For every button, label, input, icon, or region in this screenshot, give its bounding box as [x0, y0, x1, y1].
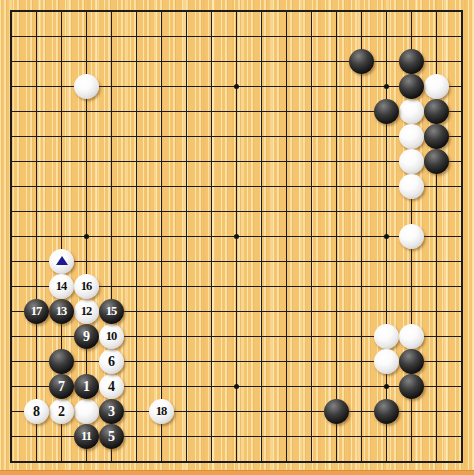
intersection-H7[interactable]	[174, 299, 199, 324]
intersection-M10[interactable]	[274, 224, 299, 249]
intersection-F19[interactable]	[124, 0, 149, 24]
intersection-R7[interactable]	[399, 299, 424, 324]
intersection-F17[interactable]	[124, 49, 149, 74]
intersection-T19[interactable]	[449, 0, 474, 24]
intersection-A3[interactable]	[0, 399, 24, 424]
intersection-E19[interactable]	[99, 0, 124, 24]
intersection-N11[interactable]	[299, 199, 324, 224]
intersection-N9[interactable]	[299, 249, 324, 274]
intersection-R3[interactable]	[399, 399, 424, 424]
intersection-A12[interactable]	[0, 174, 24, 199]
stone-black-D6[interactable]: 9	[74, 324, 99, 349]
intersection-Q2[interactable]	[374, 424, 399, 449]
intersection-M6[interactable]	[274, 324, 299, 349]
intersection-M12[interactable]	[274, 174, 299, 199]
stone-white-R14[interactable]	[399, 124, 424, 149]
intersection-K3[interactable]	[224, 399, 249, 424]
intersection-F11[interactable]	[124, 199, 149, 224]
intersection-O12[interactable]	[324, 174, 349, 199]
intersection-O16[interactable]	[324, 74, 349, 99]
intersection-H3[interactable]	[174, 399, 199, 424]
intersection-D18[interactable]	[74, 24, 99, 49]
intersection-D9[interactable]	[74, 249, 99, 274]
intersection-J17[interactable]	[199, 49, 224, 74]
intersection-N19[interactable]	[299, 0, 324, 24]
intersection-H14[interactable]	[174, 124, 199, 149]
intersection-K14[interactable]	[224, 124, 249, 149]
intersection-E8[interactable]	[99, 274, 124, 299]
intersection-O9[interactable]	[324, 249, 349, 274]
intersection-G16[interactable]	[149, 74, 174, 99]
intersection-R9[interactable]	[399, 249, 424, 274]
intersection-G19[interactable]	[149, 0, 174, 24]
stone-white-D8[interactable]: 16	[74, 274, 99, 299]
intersection-T9[interactable]	[449, 249, 474, 274]
stone-black-D2[interactable]: 11	[74, 424, 99, 449]
stone-black-O3[interactable]	[324, 399, 349, 424]
intersection-L9[interactable]	[249, 249, 274, 274]
intersection-E15[interactable]	[99, 99, 124, 124]
intersection-S2[interactable]	[424, 424, 449, 449]
intersection-H2[interactable]	[174, 424, 199, 449]
intersection-F2[interactable]	[124, 424, 149, 449]
intersection-K6[interactable]	[224, 324, 249, 349]
intersection-D5[interactable]	[74, 349, 99, 374]
intersection-P5[interactable]	[349, 349, 374, 374]
intersection-J18[interactable]	[199, 24, 224, 49]
intersection-P12[interactable]	[349, 174, 374, 199]
intersection-N7[interactable]	[299, 299, 324, 324]
intersection-J5[interactable]	[199, 349, 224, 374]
intersection-B16[interactable]	[24, 74, 49, 99]
stone-white-D16[interactable]	[74, 74, 99, 99]
intersection-M13[interactable]	[274, 149, 299, 174]
intersection-L12[interactable]	[249, 174, 274, 199]
intersection-J3[interactable]	[199, 399, 224, 424]
stone-white-R15[interactable]	[399, 99, 424, 124]
intersection-J2[interactable]	[199, 424, 224, 449]
intersection-F7[interactable]	[124, 299, 149, 324]
intersection-G9[interactable]	[149, 249, 174, 274]
stone-white-C9[interactable]	[49, 249, 74, 274]
intersection-H5[interactable]	[174, 349, 199, 374]
intersection-J16[interactable]	[199, 74, 224, 99]
intersection-S4[interactable]	[424, 374, 449, 399]
intersection-T6[interactable]	[449, 324, 474, 349]
intersection-N18[interactable]	[299, 24, 324, 49]
intersection-P2[interactable]	[349, 424, 374, 449]
stone-white-B3[interactable]: 8	[24, 399, 49, 424]
intersection-C2[interactable]	[49, 424, 74, 449]
intersection-M5[interactable]	[274, 349, 299, 374]
stone-white-E6[interactable]: 10	[99, 324, 124, 349]
intersection-A13[interactable]	[0, 149, 24, 174]
intersection-F12[interactable]	[124, 174, 149, 199]
stone-white-S16[interactable]	[424, 74, 449, 99]
stone-white-G3[interactable]: 18	[149, 399, 174, 424]
intersection-S9[interactable]	[424, 249, 449, 274]
intersection-K9[interactable]	[224, 249, 249, 274]
stone-black-D4[interactable]: 1	[74, 374, 99, 399]
intersection-F9[interactable]	[124, 249, 149, 274]
stone-black-Q15[interactable]	[374, 99, 399, 124]
intersection-C16[interactable]	[49, 74, 74, 99]
intersection-A19[interactable]	[0, 0, 24, 24]
intersection-H18[interactable]	[174, 24, 199, 49]
intersection-C13[interactable]	[49, 149, 74, 174]
intersection-K17[interactable]	[224, 49, 249, 74]
intersection-T15[interactable]	[449, 99, 474, 124]
intersection-O8[interactable]	[324, 274, 349, 299]
intersection-C6[interactable]	[49, 324, 74, 349]
stone-white-R6[interactable]	[399, 324, 424, 349]
intersection-D15[interactable]	[74, 99, 99, 124]
intersection-S17[interactable]	[424, 49, 449, 74]
intersection-K7[interactable]	[224, 299, 249, 324]
intersection-N16[interactable]	[299, 74, 324, 99]
intersection-G12[interactable]	[149, 174, 174, 199]
intersection-N6[interactable]	[299, 324, 324, 349]
intersection-P9[interactable]	[349, 249, 374, 274]
intersection-H10[interactable]	[174, 224, 199, 249]
intersection-K11[interactable]	[224, 199, 249, 224]
intersection-T18[interactable]	[449, 24, 474, 49]
intersection-S8[interactable]	[424, 274, 449, 299]
intersection-P3[interactable]	[349, 399, 374, 424]
intersection-P4[interactable]	[349, 374, 374, 399]
intersection-J9[interactable]	[199, 249, 224, 274]
intersection-F16[interactable]	[124, 74, 149, 99]
intersection-E18[interactable]	[99, 24, 124, 49]
stone-black-R16[interactable]	[399, 74, 424, 99]
stone-white-R10[interactable]	[399, 224, 424, 249]
intersection-F13[interactable]	[124, 149, 149, 174]
intersection-J11[interactable]	[199, 199, 224, 224]
intersection-J14[interactable]	[199, 124, 224, 149]
intersection-J15[interactable]	[199, 99, 224, 124]
intersection-G14[interactable]	[149, 124, 174, 149]
intersection-M4[interactable]	[274, 374, 299, 399]
intersection-T10[interactable]	[449, 224, 474, 249]
intersection-B17[interactable]	[24, 49, 49, 74]
intersection-A18[interactable]	[0, 24, 24, 49]
intersection-L4[interactable]	[249, 374, 274, 399]
intersection-O15[interactable]	[324, 99, 349, 124]
intersection-D13[interactable]	[74, 149, 99, 174]
intersection-O5[interactable]	[324, 349, 349, 374]
intersection-E13[interactable]	[99, 149, 124, 174]
intersection-P6[interactable]	[349, 324, 374, 349]
intersection-P14[interactable]	[349, 124, 374, 149]
stone-white-E5[interactable]: 6	[99, 349, 124, 374]
stone-black-E3[interactable]: 3	[99, 399, 124, 424]
stone-white-E4[interactable]: 4	[99, 374, 124, 399]
intersection-R11[interactable]	[399, 199, 424, 224]
intersection-G17[interactable]	[149, 49, 174, 74]
intersection-L6[interactable]	[249, 324, 274, 349]
intersection-Q19[interactable]	[374, 0, 399, 24]
intersection-C17[interactable]	[49, 49, 74, 74]
intersection-Q9[interactable]	[374, 249, 399, 274]
intersection-J4[interactable]	[199, 374, 224, 399]
intersection-F14[interactable]	[124, 124, 149, 149]
intersection-B4[interactable]	[24, 374, 49, 399]
intersection-O14[interactable]	[324, 124, 349, 149]
intersection-A15[interactable]	[0, 99, 24, 124]
intersection-B10[interactable]	[24, 224, 49, 249]
intersection-F18[interactable]	[124, 24, 149, 49]
stone-black-C5[interactable]	[49, 349, 74, 374]
intersection-M9[interactable]	[274, 249, 299, 274]
intersection-G5[interactable]	[149, 349, 174, 374]
intersection-S10[interactable]	[424, 224, 449, 249]
intersection-A17[interactable]	[0, 49, 24, 74]
intersection-L19[interactable]	[249, 0, 274, 24]
intersection-D12[interactable]	[74, 174, 99, 199]
intersection-B15[interactable]	[24, 99, 49, 124]
intersection-R2[interactable]	[399, 424, 424, 449]
intersection-J7[interactable]	[199, 299, 224, 324]
intersection-O6[interactable]	[324, 324, 349, 349]
intersection-R8[interactable]	[399, 274, 424, 299]
intersection-K16[interactable]	[224, 74, 249, 99]
stone-black-C4[interactable]: 7	[49, 374, 74, 399]
stone-black-C7[interactable]: 13	[49, 299, 74, 324]
intersection-N10[interactable]	[299, 224, 324, 249]
stone-black-R4[interactable]	[399, 374, 424, 399]
intersection-O7[interactable]	[324, 299, 349, 324]
intersection-M17[interactable]	[274, 49, 299, 74]
intersection-N8[interactable]	[299, 274, 324, 299]
stone-black-R17[interactable]	[399, 49, 424, 74]
intersection-E14[interactable]	[99, 124, 124, 149]
intersection-D11[interactable]	[74, 199, 99, 224]
intersection-G2[interactable]	[149, 424, 174, 449]
intersection-H19[interactable]	[174, 0, 199, 24]
intersection-L5[interactable]	[249, 349, 274, 374]
intersection-Q8[interactable]	[374, 274, 399, 299]
intersection-L8[interactable]	[249, 274, 274, 299]
stone-black-R5[interactable]	[399, 349, 424, 374]
intersection-Q18[interactable]	[374, 24, 399, 49]
intersection-N5[interactable]	[299, 349, 324, 374]
intersection-M8[interactable]	[274, 274, 299, 299]
intersection-D14[interactable]	[74, 124, 99, 149]
intersection-H8[interactable]	[174, 274, 199, 299]
intersection-K19[interactable]	[224, 0, 249, 24]
intersection-N4[interactable]	[299, 374, 324, 399]
intersection-B2[interactable]	[24, 424, 49, 449]
intersection-O4[interactable]	[324, 374, 349, 399]
intersection-M11[interactable]	[274, 199, 299, 224]
intersection-H12[interactable]	[174, 174, 199, 199]
intersection-A11[interactable]	[0, 199, 24, 224]
intersection-P7[interactable]	[349, 299, 374, 324]
intersection-H6[interactable]	[174, 324, 199, 349]
intersection-Q10[interactable]	[374, 224, 399, 249]
intersection-B14[interactable]	[24, 124, 49, 149]
intersection-C10[interactable]	[49, 224, 74, 249]
intersection-T2[interactable]	[449, 424, 474, 449]
intersection-C18[interactable]	[49, 24, 74, 49]
intersection-C19[interactable]	[49, 0, 74, 24]
intersection-P8[interactable]	[349, 274, 374, 299]
intersection-M7[interactable]	[274, 299, 299, 324]
intersection-F8[interactable]	[124, 274, 149, 299]
intersection-L2[interactable]	[249, 424, 274, 449]
intersection-A8[interactable]	[0, 274, 24, 299]
intersection-T16[interactable]	[449, 74, 474, 99]
intersection-A14[interactable]	[0, 124, 24, 149]
stone-white-D7[interactable]: 12	[74, 299, 99, 324]
stone-black-S14[interactable]	[424, 124, 449, 149]
intersection-T12[interactable]	[449, 174, 474, 199]
intersection-N12[interactable]	[299, 174, 324, 199]
stone-white-R13[interactable]	[399, 149, 424, 174]
intersection-K18[interactable]	[224, 24, 249, 49]
intersection-H15[interactable]	[174, 99, 199, 124]
intersection-B13[interactable]	[24, 149, 49, 174]
intersection-A5[interactable]	[0, 349, 24, 374]
intersection-G8[interactable]	[149, 274, 174, 299]
intersection-Q13[interactable]	[374, 149, 399, 174]
intersection-O11[interactable]	[324, 199, 349, 224]
intersection-C15[interactable]	[49, 99, 74, 124]
intersection-B8[interactable]	[24, 274, 49, 299]
intersection-A4[interactable]	[0, 374, 24, 399]
intersection-N17[interactable]	[299, 49, 324, 74]
intersection-E9[interactable]	[99, 249, 124, 274]
intersection-H16[interactable]	[174, 74, 199, 99]
intersection-N14[interactable]	[299, 124, 324, 149]
intersection-G15[interactable]	[149, 99, 174, 124]
intersection-S5[interactable]	[424, 349, 449, 374]
intersection-D19[interactable]	[74, 0, 99, 24]
stone-black-S13[interactable]	[424, 149, 449, 174]
intersection-B5[interactable]	[24, 349, 49, 374]
intersection-K2[interactable]	[224, 424, 249, 449]
intersection-O19[interactable]	[324, 0, 349, 24]
intersection-J6[interactable]	[199, 324, 224, 349]
intersection-M3[interactable]	[274, 399, 299, 424]
intersection-T13[interactable]	[449, 149, 474, 174]
intersection-P13[interactable]	[349, 149, 374, 174]
intersection-E10[interactable]	[99, 224, 124, 249]
intersection-Q17[interactable]	[374, 49, 399, 74]
intersection-A10[interactable]	[0, 224, 24, 249]
intersection-P18[interactable]	[349, 24, 374, 49]
intersection-S3[interactable]	[424, 399, 449, 424]
intersection-G18[interactable]	[149, 24, 174, 49]
intersection-Q11[interactable]	[374, 199, 399, 224]
intersection-J12[interactable]	[199, 174, 224, 199]
intersection-B6[interactable]	[24, 324, 49, 349]
stone-white-Q5[interactable]	[374, 349, 399, 374]
intersection-C12[interactable]	[49, 174, 74, 199]
intersection-A9[interactable]	[0, 249, 24, 274]
intersection-S19[interactable]	[424, 0, 449, 24]
intersection-J10[interactable]	[199, 224, 224, 249]
stone-white-R12[interactable]	[399, 174, 424, 199]
intersection-E12[interactable]	[99, 174, 124, 199]
intersection-L11[interactable]	[249, 199, 274, 224]
intersection-J13[interactable]	[199, 149, 224, 174]
intersection-N3[interactable]	[299, 399, 324, 424]
intersection-H11[interactable]	[174, 199, 199, 224]
intersection-L15[interactable]	[249, 99, 274, 124]
intersection-A16[interactable]	[0, 74, 24, 99]
stone-white-D3[interactable]	[74, 399, 99, 424]
intersection-K8[interactable]	[224, 274, 249, 299]
intersection-D17[interactable]	[74, 49, 99, 74]
intersection-D10[interactable]	[74, 224, 99, 249]
intersection-S7[interactable]	[424, 299, 449, 324]
intersection-H13[interactable]	[174, 149, 199, 174]
intersection-B19[interactable]	[24, 0, 49, 24]
intersection-F5[interactable]	[124, 349, 149, 374]
intersection-F3[interactable]	[124, 399, 149, 424]
intersection-E16[interactable]	[99, 74, 124, 99]
intersection-O17[interactable]	[324, 49, 349, 74]
intersection-O18[interactable]	[324, 24, 349, 49]
intersection-G10[interactable]	[149, 224, 174, 249]
intersection-P15[interactable]	[349, 99, 374, 124]
stone-white-C8[interactable]: 14	[49, 274, 74, 299]
intersection-H4[interactable]	[174, 374, 199, 399]
intersection-L7[interactable]	[249, 299, 274, 324]
intersection-G13[interactable]	[149, 149, 174, 174]
intersection-Q4[interactable]	[374, 374, 399, 399]
intersection-G6[interactable]	[149, 324, 174, 349]
intersection-B11[interactable]	[24, 199, 49, 224]
intersection-T14[interactable]	[449, 124, 474, 149]
intersection-F4[interactable]	[124, 374, 149, 399]
intersection-S12[interactable]	[424, 174, 449, 199]
stone-black-B7[interactable]: 17	[24, 299, 49, 324]
intersection-L17[interactable]	[249, 49, 274, 74]
intersection-M18[interactable]	[274, 24, 299, 49]
intersection-K15[interactable]	[224, 99, 249, 124]
intersection-Q14[interactable]	[374, 124, 399, 149]
stone-black-Q3[interactable]	[374, 399, 399, 424]
intersection-C14[interactable]	[49, 124, 74, 149]
intersection-M16[interactable]	[274, 74, 299, 99]
intersection-T3[interactable]	[449, 399, 474, 424]
intersection-N15[interactable]	[299, 99, 324, 124]
intersection-A2[interactable]	[0, 424, 24, 449]
intersection-J19[interactable]	[199, 0, 224, 24]
intersection-T11[interactable]	[449, 199, 474, 224]
intersection-O10[interactable]	[324, 224, 349, 249]
intersection-P16[interactable]	[349, 74, 374, 99]
intersection-O13[interactable]	[324, 149, 349, 174]
intersection-G7[interactable]	[149, 299, 174, 324]
intersection-M19[interactable]	[274, 0, 299, 24]
intersection-B12[interactable]	[24, 174, 49, 199]
stone-white-Q6[interactable]	[374, 324, 399, 349]
intersection-N2[interactable]	[299, 424, 324, 449]
intersection-Q16[interactable]	[374, 74, 399, 99]
intersection-L14[interactable]	[249, 124, 274, 149]
intersection-H17[interactable]	[174, 49, 199, 74]
intersection-K4[interactable]	[224, 374, 249, 399]
intersection-P10[interactable]	[349, 224, 374, 249]
stone-black-E7[interactable]: 15	[99, 299, 124, 324]
stone-white-C3[interactable]: 2	[49, 399, 74, 424]
intersection-K13[interactable]	[224, 149, 249, 174]
intersection-T17[interactable]	[449, 49, 474, 74]
stone-black-E2[interactable]: 5	[99, 424, 124, 449]
